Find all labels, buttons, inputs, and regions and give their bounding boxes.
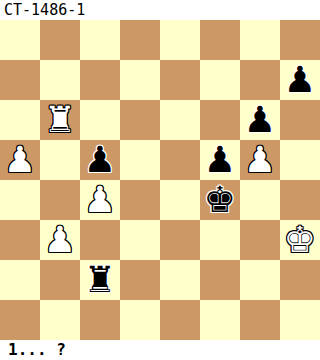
square-d7[interactable] bbox=[120, 60, 160, 100]
black-pawn-h7[interactable]: ♟ bbox=[284, 60, 316, 100]
square-b5[interactable] bbox=[40, 140, 80, 180]
square-c3[interactable] bbox=[80, 220, 120, 260]
square-e7[interactable] bbox=[160, 60, 200, 100]
square-c1[interactable] bbox=[80, 300, 120, 340]
square-f4[interactable]: ♚ bbox=[200, 180, 240, 220]
caption-bar: 1... ? bbox=[0, 340, 320, 360]
square-f8[interactable] bbox=[200, 20, 240, 60]
square-b7[interactable] bbox=[40, 60, 80, 100]
square-g4[interactable] bbox=[240, 180, 280, 220]
puzzle-id: CT-1486-1 bbox=[0, 0, 85, 20]
square-h6[interactable] bbox=[280, 100, 320, 140]
square-e1[interactable] bbox=[160, 300, 200, 340]
black-pawn-g6[interactable]: ♟ bbox=[244, 100, 276, 140]
square-c6[interactable] bbox=[80, 100, 120, 140]
square-f7[interactable] bbox=[200, 60, 240, 100]
square-d2[interactable] bbox=[120, 260, 160, 300]
square-a3[interactable] bbox=[0, 220, 40, 260]
square-h5[interactable] bbox=[280, 140, 320, 180]
square-f3[interactable] bbox=[200, 220, 240, 260]
chess-puzzle-page: CT-1486-1 ♟♜♟♟♟♟♟♟♚♟♚♜ 1... ? bbox=[0, 0, 320, 360]
white-pawn-b3[interactable]: ♟ bbox=[44, 220, 76, 260]
square-h4[interactable] bbox=[280, 180, 320, 220]
black-rook-c2[interactable]: ♜ bbox=[84, 260, 116, 300]
square-a2[interactable] bbox=[0, 260, 40, 300]
square-e5[interactable] bbox=[160, 140, 200, 180]
square-c5[interactable]: ♟ bbox=[80, 140, 120, 180]
square-g8[interactable] bbox=[240, 20, 280, 60]
square-a8[interactable] bbox=[0, 20, 40, 60]
white-pawn-a5[interactable]: ♟ bbox=[4, 140, 36, 180]
square-f1[interactable] bbox=[200, 300, 240, 340]
square-g6[interactable]: ♟ bbox=[240, 100, 280, 140]
square-f6[interactable] bbox=[200, 100, 240, 140]
square-b1[interactable] bbox=[40, 300, 80, 340]
square-d5[interactable] bbox=[120, 140, 160, 180]
square-g3[interactable] bbox=[240, 220, 280, 260]
square-f5[interactable]: ♟ bbox=[200, 140, 240, 180]
chess-board: ♟♜♟♟♟♟♟♟♚♟♚♜ bbox=[0, 20, 320, 340]
white-rook-b6[interactable]: ♜ bbox=[44, 100, 76, 140]
square-a7[interactable] bbox=[0, 60, 40, 100]
square-g5[interactable]: ♟ bbox=[240, 140, 280, 180]
black-pawn-c5[interactable]: ♟ bbox=[84, 140, 116, 180]
square-a4[interactable] bbox=[0, 180, 40, 220]
square-g2[interactable] bbox=[240, 260, 280, 300]
square-e8[interactable] bbox=[160, 20, 200, 60]
white-pawn-c4[interactable]: ♟ bbox=[84, 180, 116, 220]
square-d6[interactable] bbox=[120, 100, 160, 140]
square-d3[interactable] bbox=[120, 220, 160, 260]
square-h7[interactable]: ♟ bbox=[280, 60, 320, 100]
move-prompt: 1... ? bbox=[0, 340, 66, 360]
square-d8[interactable] bbox=[120, 20, 160, 60]
square-c4[interactable]: ♟ bbox=[80, 180, 120, 220]
square-b6[interactable]: ♜ bbox=[40, 100, 80, 140]
square-d4[interactable] bbox=[120, 180, 160, 220]
square-h8[interactable] bbox=[280, 20, 320, 60]
title-bar: CT-1486-1 bbox=[0, 0, 320, 20]
square-a6[interactable] bbox=[0, 100, 40, 140]
square-a1[interactable] bbox=[0, 300, 40, 340]
black-pawn-f5[interactable]: ♟ bbox=[204, 140, 236, 180]
white-king-h3[interactable]: ♚ bbox=[284, 220, 316, 260]
square-e3[interactable] bbox=[160, 220, 200, 260]
square-g1[interactable] bbox=[240, 300, 280, 340]
square-e6[interactable] bbox=[160, 100, 200, 140]
square-b8[interactable] bbox=[40, 20, 80, 60]
square-h2[interactable] bbox=[280, 260, 320, 300]
square-e4[interactable] bbox=[160, 180, 200, 220]
square-b2[interactable] bbox=[40, 260, 80, 300]
square-b4[interactable] bbox=[40, 180, 80, 220]
square-c2[interactable]: ♜ bbox=[80, 260, 120, 300]
square-g7[interactable] bbox=[240, 60, 280, 100]
square-d1[interactable] bbox=[120, 300, 160, 340]
square-h3[interactable]: ♚ bbox=[280, 220, 320, 260]
square-b3[interactable]: ♟ bbox=[40, 220, 80, 260]
square-c8[interactable] bbox=[80, 20, 120, 60]
square-e2[interactable] bbox=[160, 260, 200, 300]
square-h1[interactable] bbox=[280, 300, 320, 340]
square-c7[interactable] bbox=[80, 60, 120, 100]
white-pawn-g5[interactable]: ♟ bbox=[244, 140, 276, 180]
square-f2[interactable] bbox=[200, 260, 240, 300]
square-a5[interactable]: ♟ bbox=[0, 140, 40, 180]
black-king-f4[interactable]: ♚ bbox=[204, 180, 236, 220]
